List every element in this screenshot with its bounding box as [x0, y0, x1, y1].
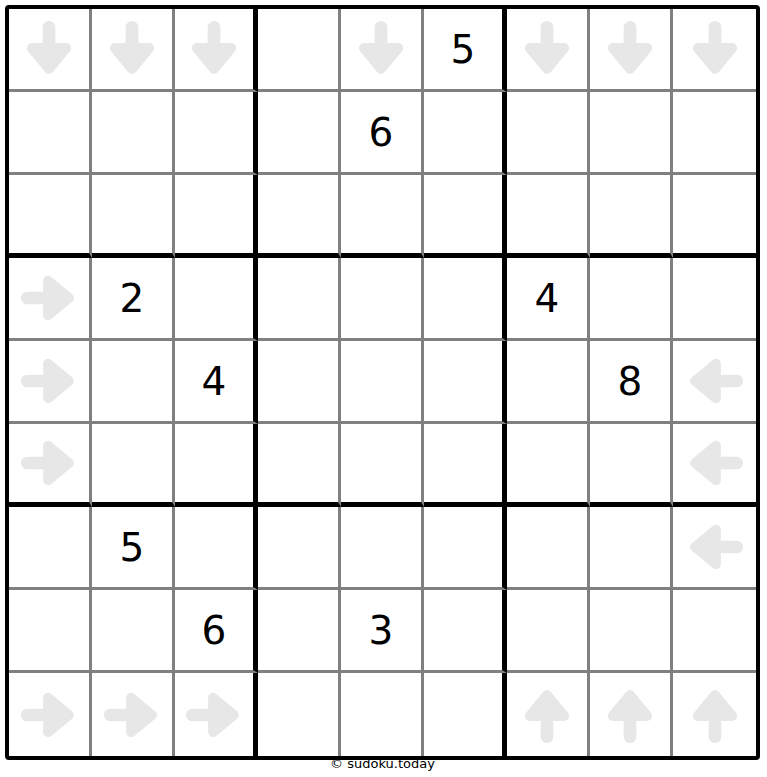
- arrow-right-icon: [11, 260, 87, 336]
- sudoku-board: 562448563: [5, 5, 760, 760]
- cell-r8c5[interactable]: 3: [341, 590, 424, 673]
- cell-r1c2[interactable]: [92, 9, 175, 92]
- cell-r1c8[interactable]: [590, 9, 673, 92]
- cell-r7c3[interactable]: [175, 507, 258, 590]
- given-digit: 6: [202, 611, 227, 650]
- cell-r2c3[interactable]: [175, 92, 258, 175]
- cell-r3c4[interactable]: [258, 175, 341, 258]
- given-digit: 5: [451, 30, 476, 69]
- cell-r2c2[interactable]: [92, 92, 175, 175]
- cell-r5c1[interactable]: [9, 341, 92, 424]
- cell-r5c8[interactable]: 8: [590, 341, 673, 424]
- arrow-down-icon: [94, 11, 170, 87]
- arrow-up-icon: [509, 677, 585, 753]
- arrow-left-icon: [677, 425, 753, 501]
- cell-r9c6[interactable]: [424, 673, 507, 756]
- cell-r6c9[interactable]: [673, 424, 756, 507]
- arrow-down-icon: [677, 11, 753, 87]
- cell-r6c4[interactable]: [258, 424, 341, 507]
- cell-r3c7[interactable]: [507, 175, 590, 258]
- cell-r9c8[interactable]: [590, 673, 673, 756]
- cell-r3c3[interactable]: [175, 175, 258, 258]
- cell-r4c4[interactable]: [258, 258, 341, 341]
- cell-r6c1[interactable]: [9, 424, 92, 507]
- cell-r3c6[interactable]: [424, 175, 507, 258]
- cell-r2c9[interactable]: [673, 92, 756, 175]
- given-digit: 2: [120, 279, 145, 318]
- cell-r1c3[interactable]: [175, 9, 258, 92]
- arrow-right-icon: [11, 677, 87, 753]
- cell-r3c9[interactable]: [673, 175, 756, 258]
- cell-r5c4[interactable]: [258, 341, 341, 424]
- arrow-down-icon: [176, 11, 252, 87]
- cell-r8c7[interactable]: [507, 590, 590, 673]
- cell-r4c7[interactable]: 4: [507, 258, 590, 341]
- cell-r1c4[interactable]: [258, 9, 341, 92]
- cell-r2c7[interactable]: [507, 92, 590, 175]
- cell-r5c2[interactable]: [92, 341, 175, 424]
- cell-r6c8[interactable]: [590, 424, 673, 507]
- cell-r4c5[interactable]: [341, 258, 424, 341]
- arrow-down-icon: [592, 11, 668, 87]
- cell-r4c9[interactable]: [673, 258, 756, 341]
- cell-r1c6[interactable]: 5: [424, 9, 507, 92]
- cell-r3c8[interactable]: [590, 175, 673, 258]
- cell-r4c8[interactable]: [590, 258, 673, 341]
- cell-r8c2[interactable]: [92, 590, 175, 673]
- given-digit: 5: [120, 528, 145, 567]
- arrow-down-icon: [509, 11, 585, 87]
- arrow-down-icon: [343, 11, 419, 87]
- cell-r1c9[interactable]: [673, 9, 756, 92]
- cell-r4c6[interactable]: [424, 258, 507, 341]
- cell-r8c6[interactable]: [424, 590, 507, 673]
- cell-r5c9[interactable]: [673, 341, 756, 424]
- given-digit: 4: [535, 279, 560, 318]
- cell-r4c2[interactable]: 2: [92, 258, 175, 341]
- cell-r7c6[interactable]: [424, 507, 507, 590]
- given-digit: 8: [618, 362, 643, 401]
- arrow-left-icon: [677, 509, 753, 585]
- cell-r3c5[interactable]: [341, 175, 424, 258]
- cell-r2c5[interactable]: 6: [341, 92, 424, 175]
- cell-r4c1[interactable]: [9, 258, 92, 341]
- cell-r2c8[interactable]: [590, 92, 673, 175]
- cell-r7c4[interactable]: [258, 507, 341, 590]
- cell-r2c1[interactable]: [9, 92, 92, 175]
- arrow-up-icon: [677, 677, 753, 753]
- cell-r9c3[interactable]: [175, 673, 258, 756]
- given-digit: 4: [202, 362, 227, 401]
- cell-r3c2[interactable]: [92, 175, 175, 258]
- arrow-right-icon: [11, 425, 87, 501]
- cell-r4c3[interactable]: [175, 258, 258, 341]
- cell-r5c5[interactable]: [341, 341, 424, 424]
- cell-r9c9[interactable]: [673, 673, 756, 756]
- cell-r9c4[interactable]: [258, 673, 341, 756]
- arrow-right-icon: [176, 677, 252, 753]
- cell-r8c4[interactable]: [258, 590, 341, 673]
- given-digit: 6: [369, 113, 394, 152]
- cell-r7c9[interactable]: [673, 507, 756, 590]
- cell-r6c2[interactable]: [92, 424, 175, 507]
- arrow-right-icon: [11, 343, 87, 419]
- arrow-right-icon: [94, 677, 170, 753]
- cell-r7c1[interactable]: [9, 507, 92, 590]
- cell-r5c7[interactable]: [507, 341, 590, 424]
- arrow-up-icon: [592, 677, 668, 753]
- cell-r7c2[interactable]: 5: [92, 507, 175, 590]
- cell-r2c6[interactable]: [424, 92, 507, 175]
- cell-r9c7[interactable]: [507, 673, 590, 756]
- cell-r6c6[interactable]: [424, 424, 507, 507]
- cell-r8c3[interactable]: 6: [175, 590, 258, 673]
- cell-r6c7[interactable]: [507, 424, 590, 507]
- cell-r8c9[interactable]: [673, 590, 756, 673]
- cell-r6c3[interactable]: [175, 424, 258, 507]
- cell-r9c5[interactable]: [341, 673, 424, 756]
- cell-r9c2[interactable]: [92, 673, 175, 756]
- cell-r7c8[interactable]: [590, 507, 673, 590]
- cell-r8c8[interactable]: [590, 590, 673, 673]
- cell-r5c3[interactable]: 4: [175, 341, 258, 424]
- given-digit: 3: [369, 611, 394, 650]
- cell-r7c5[interactable]: [341, 507, 424, 590]
- arrow-left-icon: [677, 343, 753, 419]
- cell-r3c1[interactable]: [9, 175, 92, 258]
- cell-r6c5[interactable]: [341, 424, 424, 507]
- arrow-down-icon: [11, 11, 87, 87]
- cell-r1c7[interactable]: [507, 9, 590, 92]
- copyright: © sudoku.today: [5, 756, 760, 771]
- cell-r7c7[interactable]: [507, 507, 590, 590]
- cell-r1c1[interactable]: [9, 9, 92, 92]
- cell-r5c6[interactable]: [424, 341, 507, 424]
- cell-r8c1[interactable]: [9, 590, 92, 673]
- cell-r9c1[interactable]: [9, 673, 92, 756]
- cell-r1c5[interactable]: [341, 9, 424, 92]
- cell-r2c4[interactable]: [258, 92, 341, 175]
- puzzle-page: 562448563 © sudoku.today: [0, 0, 767, 777]
